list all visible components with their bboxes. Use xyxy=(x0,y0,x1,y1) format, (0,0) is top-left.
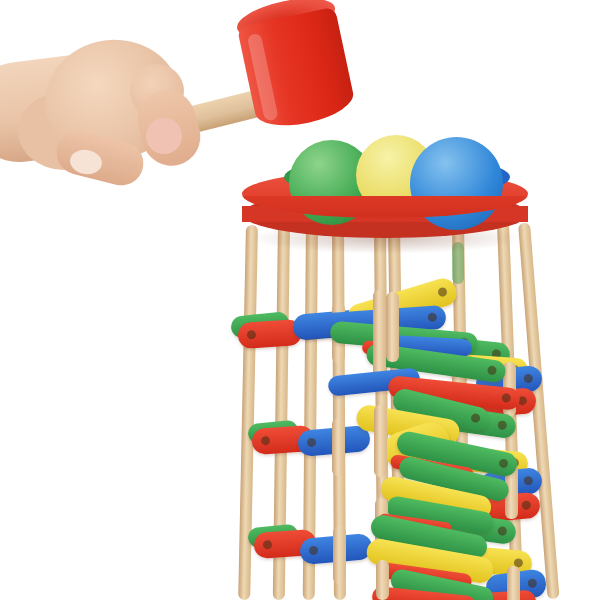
dowel-front-segment xyxy=(386,292,399,362)
dowel-front-segment xyxy=(376,560,389,600)
dowel-front-segment xyxy=(333,526,346,584)
photo-scene xyxy=(0,0,600,600)
top-ring-front-rim-ellipse xyxy=(242,196,528,218)
top-ring-front-rim xyxy=(242,196,528,220)
fingertip-shape xyxy=(146,118,182,154)
dowel-front-segment xyxy=(374,405,387,477)
dowel-front-segment xyxy=(507,566,520,600)
dowel-front-segment xyxy=(332,418,345,476)
